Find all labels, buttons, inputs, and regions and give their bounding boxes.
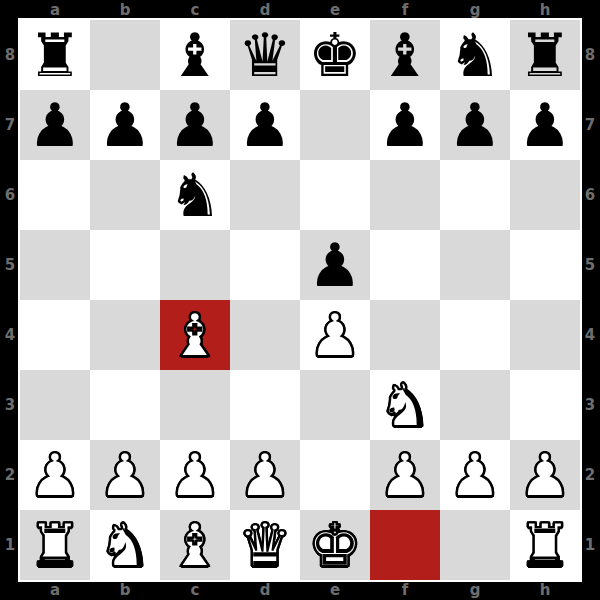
square-g4[interactable]	[440, 300, 510, 370]
black-pawn[interactable]: ♟	[378, 90, 432, 160]
black-pawn[interactable]: ♟	[308, 230, 362, 300]
white-knight[interactable]: ♞	[378, 370, 432, 440]
square-a3[interactable]	[20, 370, 90, 440]
square-h5[interactable]	[510, 230, 580, 300]
square-d2[interactable]: ♟	[230, 440, 300, 510]
square-e4[interactable]: ♟	[300, 300, 370, 370]
square-b7[interactable]: ♟	[90, 90, 160, 160]
black-rook[interactable]: ♜	[518, 20, 572, 90]
square-b1[interactable]: ♞	[90, 510, 160, 580]
white-pawn[interactable]: ♟	[308, 300, 362, 370]
square-g6[interactable]	[440, 160, 510, 230]
square-h4[interactable]	[510, 300, 580, 370]
black-king[interactable]: ♚	[308, 20, 362, 90]
square-a2[interactable]: ♟	[20, 440, 90, 510]
white-pawn[interactable]: ♟	[168, 440, 222, 510]
white-knight[interactable]: ♞	[98, 510, 152, 580]
chess-board-frame: ♜♝♛♚♝♞♜♟♟♟♟♟♟♟♞♟♝♟♞♟♟♟♟♟♟♟♜♞♝♛♚♜ aabbccd…	[0, 0, 600, 600]
square-d5[interactable]	[230, 230, 300, 300]
white-queen[interactable]: ♛	[238, 510, 292, 580]
rank-label-left-1: 1	[0, 510, 20, 580]
rank-label-left-3: 3	[0, 370, 20, 440]
square-h3[interactable]	[510, 370, 580, 440]
square-c5[interactable]	[160, 230, 230, 300]
rank-label-right-3: 3	[580, 370, 600, 440]
file-label-bottom-c: c	[160, 580, 230, 600]
square-b5[interactable]	[90, 230, 160, 300]
square-b2[interactable]: ♟	[90, 440, 160, 510]
file-label-bottom-a: a	[20, 580, 90, 600]
square-g3[interactable]	[440, 370, 510, 440]
file-label-top-e: e	[300, 0, 370, 20]
rank-label-left-7: 7	[0, 90, 20, 160]
square-f7[interactable]: ♟	[370, 90, 440, 160]
square-b3[interactable]	[90, 370, 160, 440]
square-h1[interactable]: ♜	[510, 510, 580, 580]
rank-label-left-4: 4	[0, 300, 20, 370]
white-king[interactable]: ♚	[308, 510, 362, 580]
square-c3[interactable]	[160, 370, 230, 440]
black-pawn[interactable]: ♟	[518, 90, 572, 160]
square-h8[interactable]: ♜	[510, 20, 580, 90]
black-pawn[interactable]: ♟	[168, 90, 222, 160]
rank-label-right-4: 4	[580, 300, 600, 370]
rank-label-left-8: 8	[0, 20, 20, 90]
rank-label-right-6: 6	[580, 160, 600, 230]
square-a8[interactable]: ♜	[20, 20, 90, 90]
black-pawn[interactable]: ♟	[448, 90, 502, 160]
square-a7[interactable]: ♟	[20, 90, 90, 160]
square-f4[interactable]	[370, 300, 440, 370]
square-d1[interactable]: ♛	[230, 510, 300, 580]
square-b6[interactable]	[90, 160, 160, 230]
square-e2[interactable]	[300, 440, 370, 510]
square-e6[interactable]	[300, 160, 370, 230]
rank-label-right-5: 5	[580, 230, 600, 300]
square-d6[interactable]	[230, 160, 300, 230]
file-label-top-g: g	[440, 0, 510, 20]
file-label-bottom-d: d	[230, 580, 300, 600]
square-b8[interactable]	[90, 20, 160, 90]
square-f2[interactable]: ♟	[370, 440, 440, 510]
file-label-top-f: f	[370, 0, 440, 20]
square-b4[interactable]	[90, 300, 160, 370]
file-label-bottom-g: g	[440, 580, 510, 600]
square-h7[interactable]: ♟	[510, 90, 580, 160]
square-e8[interactable]: ♚	[300, 20, 370, 90]
white-pawn[interactable]: ♟	[448, 440, 502, 510]
square-c7[interactable]: ♟	[160, 90, 230, 160]
rank-label-left-2: 2	[0, 440, 20, 510]
rank-label-left-6: 6	[0, 160, 20, 230]
file-label-top-c: c	[160, 0, 230, 20]
square-d7[interactable]: ♟	[230, 90, 300, 160]
square-g5[interactable]	[440, 230, 510, 300]
square-g8[interactable]: ♞	[440, 20, 510, 90]
file-label-top-d: d	[230, 0, 300, 20]
square-h2[interactable]: ♟	[510, 440, 580, 510]
rank-label-right-1: 1	[580, 510, 600, 580]
square-e3[interactable]	[300, 370, 370, 440]
rank-label-right-8: 8	[580, 20, 600, 90]
square-e1[interactable]: ♚	[300, 510, 370, 580]
rank-label-left-5: 5	[0, 230, 20, 300]
square-d3[interactable]	[230, 370, 300, 440]
square-a5[interactable]	[20, 230, 90, 300]
rank-label-right-2: 2	[580, 440, 600, 510]
file-label-top-a: a	[20, 0, 90, 20]
square-c8[interactable]: ♝	[160, 20, 230, 90]
square-f1[interactable]	[370, 510, 440, 580]
black-knight[interactable]: ♞	[168, 160, 222, 230]
file-label-bottom-h: h	[510, 580, 580, 600]
square-d4[interactable]	[230, 300, 300, 370]
white-pawn[interactable]: ♟	[98, 440, 152, 510]
black-pawn[interactable]: ♟	[98, 90, 152, 160]
file-label-top-b: b	[90, 0, 160, 20]
square-f3[interactable]: ♞	[370, 370, 440, 440]
white-pawn[interactable]: ♟	[238, 440, 292, 510]
file-label-bottom-e: e	[300, 580, 370, 600]
square-f8[interactable]: ♝	[370, 20, 440, 90]
square-g2[interactable]: ♟	[440, 440, 510, 510]
square-e7[interactable]	[300, 90, 370, 160]
square-e5[interactable]: ♟	[300, 230, 370, 300]
square-f5[interactable]	[370, 230, 440, 300]
square-c1[interactable]: ♝	[160, 510, 230, 580]
square-c6[interactable]: ♞	[160, 160, 230, 230]
black-pawn[interactable]: ♟	[28, 90, 82, 160]
black-queen[interactable]: ♛	[238, 20, 292, 90]
square-g7[interactable]: ♟	[440, 90, 510, 160]
white-rook[interactable]: ♜	[28, 510, 82, 580]
white-pawn[interactable]: ♟	[518, 440, 572, 510]
black-knight[interactable]: ♞	[448, 20, 502, 90]
black-pawn[interactable]: ♟	[238, 90, 292, 160]
square-f6[interactable]	[370, 160, 440, 230]
white-pawn[interactable]: ♟	[378, 440, 432, 510]
file-label-top-h: h	[510, 0, 580, 20]
square-c2[interactable]: ♟	[160, 440, 230, 510]
square-d8[interactable]: ♛	[230, 20, 300, 90]
black-bishop[interactable]: ♝	[168, 20, 222, 90]
black-rook[interactable]: ♜	[28, 20, 82, 90]
file-label-bottom-b: b	[90, 580, 160, 600]
white-bishop[interactable]: ♝	[168, 300, 222, 370]
square-g1[interactable]	[440, 510, 510, 580]
white-pawn[interactable]: ♟	[28, 440, 82, 510]
square-a1[interactable]: ♜	[20, 510, 90, 580]
square-h6[interactable]	[510, 160, 580, 230]
black-bishop[interactable]: ♝	[378, 20, 432, 90]
square-c4[interactable]: ♝	[160, 300, 230, 370]
file-label-bottom-f: f	[370, 580, 440, 600]
chess-board: ♜♝♛♚♝♞♜♟♟♟♟♟♟♟♞♟♝♟♞♟♟♟♟♟♟♟♜♞♝♛♚♜	[20, 20, 580, 580]
white-bishop[interactable]: ♝	[168, 510, 222, 580]
square-a6[interactable]	[20, 160, 90, 230]
rank-label-right-7: 7	[580, 90, 600, 160]
square-a4[interactable]	[20, 300, 90, 370]
white-rook[interactable]: ♜	[518, 510, 572, 580]
